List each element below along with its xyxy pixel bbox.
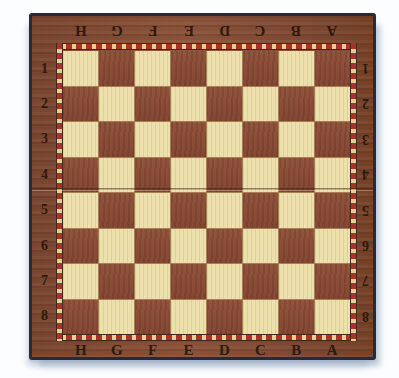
square-d5[interactable] — [207, 193, 242, 228]
square-e6[interactable] — [171, 229, 206, 264]
rank-label-left-6: 6 — [34, 228, 55, 263]
square-d3[interactable] — [207, 122, 242, 157]
file-label-top-g: G — [99, 18, 135, 44]
file-label-bottom-b: B — [278, 340, 314, 360]
rank-label-left-2: 2 — [34, 86, 55, 121]
square-c3[interactable] — [243, 122, 278, 157]
square-e8[interactable] — [171, 300, 206, 335]
square-b8[interactable] — [279, 300, 314, 335]
rank-label-right-2: 2 — [356, 86, 375, 121]
file-label-top-f: F — [135, 18, 171, 44]
file-label-top-c: C — [242, 18, 278, 44]
rank-label-left-3: 3 — [34, 122, 55, 157]
rank-label-right-8: 8 — [356, 299, 375, 334]
file-label-bottom-g: G — [99, 340, 135, 360]
square-b2[interactable] — [279, 87, 314, 122]
fold-seam — [32, 188, 373, 191]
square-a7[interactable] — [315, 264, 350, 299]
file-label-top-h: H — [63, 18, 99, 44]
square-b4[interactable] — [279, 158, 314, 193]
square-c7[interactable] — [243, 264, 278, 299]
square-h6[interactable] — [63, 229, 98, 264]
square-b5[interactable] — [279, 193, 314, 228]
square-g1[interactable] — [99, 51, 134, 86]
square-e7[interactable] — [171, 264, 206, 299]
rank-label-left-1: 1 — [34, 51, 55, 86]
square-c6[interactable] — [243, 229, 278, 264]
rank-label-left-5: 5 — [34, 193, 55, 228]
square-d6[interactable] — [207, 229, 242, 264]
chess-board: HGFEDCBA HGFEDCBA 12345678 12345678 — [29, 13, 376, 360]
square-h2[interactable] — [63, 87, 98, 122]
square-a2[interactable] — [315, 87, 350, 122]
rank-label-right-6: 6 — [356, 228, 375, 263]
square-h4[interactable] — [63, 158, 98, 193]
square-d4[interactable] — [207, 158, 242, 193]
rank-label-right-7: 7 — [356, 263, 375, 298]
square-h1[interactable] — [63, 51, 98, 86]
file-label-bottom-d: D — [207, 340, 243, 360]
square-d7[interactable] — [207, 264, 242, 299]
square-f1[interactable] — [135, 51, 170, 86]
rank-label-right-1: 1 — [356, 51, 375, 86]
square-a5[interactable] — [315, 193, 350, 228]
rank-label-left-7: 7 — [34, 263, 55, 298]
file-labels-bottom: HGFEDCBA — [63, 340, 350, 360]
square-c8[interactable] — [243, 300, 278, 335]
file-labels-top: HGFEDCBA — [63, 18, 350, 44]
square-d1[interactable] — [207, 51, 242, 86]
square-c4[interactable] — [243, 158, 278, 193]
file-label-top-a: A — [314, 18, 350, 44]
square-h8[interactable] — [63, 300, 98, 335]
file-label-bottom-c: C — [242, 340, 278, 360]
square-g6[interactable] — [99, 229, 134, 264]
square-f2[interactable] — [135, 87, 170, 122]
square-e5[interactable] — [171, 193, 206, 228]
page-background: HGFEDCBA HGFEDCBA 12345678 12345678 — [0, 0, 399, 378]
square-b6[interactable] — [279, 229, 314, 264]
square-h5[interactable] — [63, 193, 98, 228]
square-g5[interactable] — [99, 193, 134, 228]
inlay-trim-top — [56, 43, 357, 50]
square-e3[interactable] — [171, 122, 206, 157]
rank-label-right-3: 3 — [356, 122, 375, 157]
file-label-bottom-f: F — [135, 340, 171, 360]
square-d8[interactable] — [207, 300, 242, 335]
playing-grid — [63, 51, 350, 334]
square-f7[interactable] — [135, 264, 170, 299]
square-b3[interactable] — [279, 122, 314, 157]
square-f3[interactable] — [135, 122, 170, 157]
square-f8[interactable] — [135, 300, 170, 335]
square-a6[interactable] — [315, 229, 350, 264]
square-g2[interactable] — [99, 87, 134, 122]
square-b1[interactable] — [279, 51, 314, 86]
file-label-top-e: E — [171, 18, 207, 44]
rank-label-left-8: 8 — [34, 299, 55, 334]
file-label-bottom-e: E — [171, 340, 207, 360]
square-h3[interactable] — [63, 122, 98, 157]
file-label-bottom-a: A — [314, 340, 350, 360]
file-label-top-b: B — [278, 18, 314, 44]
square-c5[interactable] — [243, 193, 278, 228]
square-c2[interactable] — [243, 87, 278, 122]
square-a3[interactable] — [315, 122, 350, 157]
square-e2[interactable] — [171, 87, 206, 122]
square-d2[interactable] — [207, 87, 242, 122]
rank-labels-right: 12345678 — [356, 51, 375, 334]
rank-label-right-5: 5 — [356, 193, 375, 228]
square-e1[interactable] — [171, 51, 206, 86]
square-f5[interactable] — [135, 193, 170, 228]
square-c1[interactable] — [243, 51, 278, 86]
square-a1[interactable] — [315, 51, 350, 86]
square-h7[interactable] — [63, 264, 98, 299]
square-f4[interactable] — [135, 158, 170, 193]
square-a8[interactable] — [315, 300, 350, 335]
square-b7[interactable] — [279, 264, 314, 299]
square-e4[interactable] — [171, 158, 206, 193]
square-g4[interactable] — [99, 158, 134, 193]
rank-labels-left: 12345678 — [34, 51, 55, 334]
inlay-trim-left — [56, 43, 63, 341]
file-label-bottom-h: H — [63, 340, 99, 360]
square-f6[interactable] — [135, 229, 170, 264]
square-g7[interactable] — [99, 264, 134, 299]
file-label-top-d: D — [207, 18, 243, 44]
square-a4[interactable] — [315, 158, 350, 193]
square-g8[interactable] — [99, 300, 134, 335]
square-g3[interactable] — [99, 122, 134, 157]
